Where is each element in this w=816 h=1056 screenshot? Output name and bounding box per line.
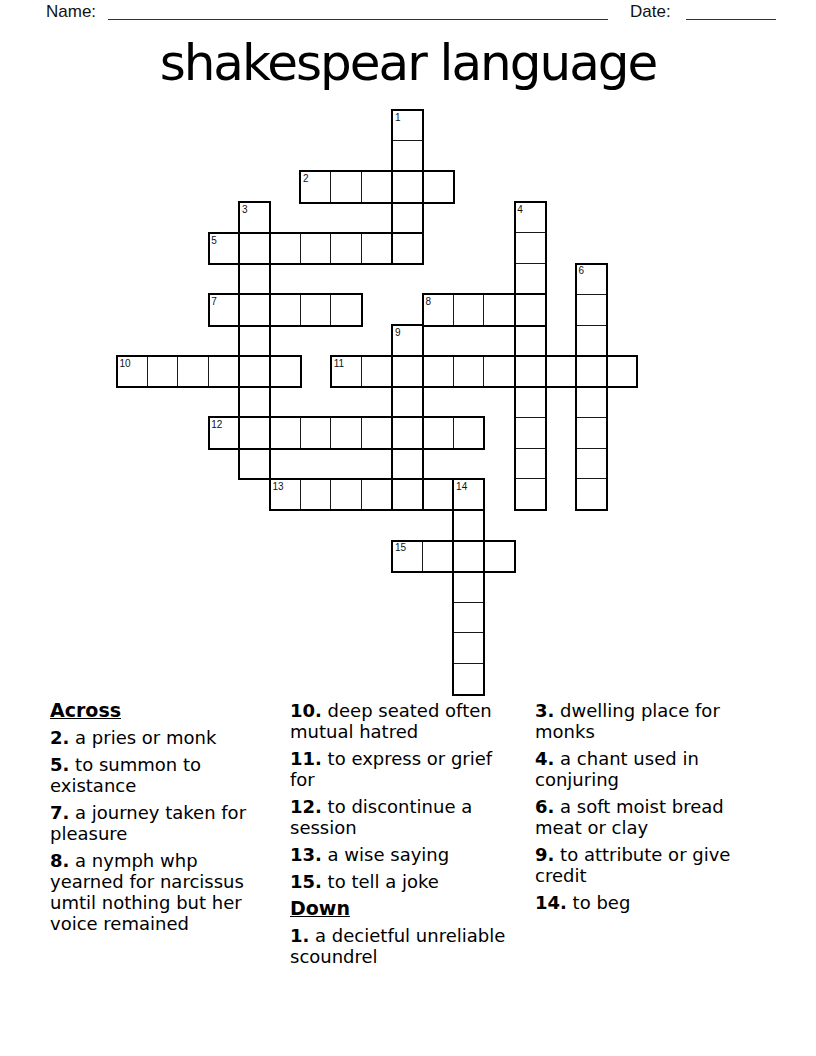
grid-cell-r8c9[interactable] (392, 355, 424, 387)
grid-cell-r14c12[interactable] (483, 540, 515, 572)
grid-cell-r12c15[interactable] (575, 478, 607, 510)
grid-cell-r7c15[interactable] (575, 325, 607, 357)
clue-number-5: 5 (211, 236, 217, 246)
date-blank-line[interactable] (686, 19, 776, 20)
clue-column-2: 10. deep seated often mutual hatred11. t… (290, 700, 506, 973)
puzzle-title: shakespear language (0, 34, 816, 92)
grid-cell-r14c11[interactable] (453, 540, 485, 572)
grid-cell-r8c14[interactable] (545, 355, 577, 387)
crossword-grid: 123456789101112131415 (117, 110, 639, 696)
clue-number-4: 4 (517, 205, 523, 215)
grid-cell-r15c11[interactable] (453, 571, 485, 603)
clue-number-12: 12 (211, 420, 222, 430)
clue-down-3: 3. dwelling place for monks (535, 700, 735, 742)
grid-cell-r9c15[interactable] (575, 386, 607, 418)
grid-cell-r8c4[interactable] (239, 355, 271, 387)
grid-cell-r8c15[interactable] (575, 355, 607, 387)
across-heading: Across (50, 700, 256, 721)
grid-cell-r4c7[interactable] (330, 232, 362, 264)
clue-across-7: 7. a journey taken for pleasure (50, 802, 256, 844)
clue-number-3: 3 (242, 205, 248, 215)
grid-cell-r12c8[interactable] (361, 478, 393, 510)
grid-cell-r12c6[interactable] (300, 478, 332, 510)
clue-number-14: 14 (456, 482, 467, 492)
clue-down-6: 6. a soft moist bread meat or clay (535, 796, 735, 838)
grid-cell-r16c11[interactable] (453, 602, 485, 634)
grid-cell-r12c9[interactable] (392, 478, 424, 510)
grid-cell-r2c10[interactable] (422, 171, 454, 203)
down-heading: Down (290, 898, 506, 919)
grid-cell-r12c10[interactable] (422, 478, 454, 510)
grid-cell-r11c15[interactable] (575, 448, 607, 480)
grid-cell-r14c10[interactable] (422, 540, 454, 572)
clue-column-3: 3. dwelling place for monks4. a chant us… (535, 700, 735, 919)
grid-cell-r12c13[interactable] (514, 478, 546, 510)
grid-cell-r11c9[interactable] (392, 448, 424, 480)
clue-column-1: Across2. a pries or monk5. to summon to … (50, 700, 256, 940)
grid-cell-r8c10[interactable] (422, 355, 454, 387)
clue-number-8: 8 (426, 297, 432, 307)
grid-cell-r10c10[interactable] (422, 417, 454, 449)
clue-across-10: 10. deep seated often mutual hatred (290, 700, 506, 742)
grid-cell-r8c16[interactable] (606, 355, 638, 387)
grid-cell-r10c8[interactable] (361, 417, 393, 449)
clue-across-12: 12. to discontinue a session (290, 796, 506, 838)
grid-cell-r8c1[interactable] (147, 355, 179, 387)
clue-across-15: 15. to tell a joke (290, 871, 506, 892)
grid-cell-r10c7[interactable] (330, 417, 362, 449)
clue-number-7: 7 (211, 297, 217, 307)
grid-cell-r9c13[interactable] (514, 386, 546, 418)
grid-cell-r5c4[interactable] (239, 263, 271, 295)
grid-cell-r3c9[interactable] (392, 202, 424, 234)
grid-cell-r17c11[interactable] (453, 632, 485, 664)
grid-cell-r18c11[interactable] (453, 663, 485, 695)
grid-cell-r8c5[interactable] (269, 355, 301, 387)
clue-number-2: 2 (303, 174, 309, 184)
grid-cell-r5c13[interactable] (514, 263, 546, 295)
clue-down-1: 1. a decietful unreliable scoundrel (290, 925, 506, 967)
name-blank-line[interactable] (108, 19, 608, 20)
clue-down-4: 4. a chant used in conjuring (535, 748, 735, 790)
grid-cell-r2c7[interactable] (330, 171, 362, 203)
grid-cell-r2c8[interactable] (361, 171, 393, 203)
grid-cell-r8c12[interactable] (483, 355, 515, 387)
grid-cell-r2c9[interactable] (392, 171, 424, 203)
grid-cell-r10c6[interactable] (300, 417, 332, 449)
grid-cell-r6c11[interactable] (453, 294, 485, 326)
grid-cell-r6c5[interactable] (269, 294, 301, 326)
clue-number-1: 1 (395, 113, 401, 123)
grid-cell-r7c13[interactable] (514, 325, 546, 357)
grid-cell-r11c4[interactable] (239, 448, 271, 480)
name-label: Name: (46, 2, 96, 22)
grid-cell-r10c9[interactable] (392, 417, 424, 449)
grid-cell-r9c9[interactable] (392, 386, 424, 418)
clue-number-15: 15 (395, 543, 406, 553)
grid-cell-r4c4[interactable] (239, 232, 271, 264)
grid-cell-r4c8[interactable] (361, 232, 393, 264)
grid-cell-r6c12[interactable] (483, 294, 515, 326)
grid-cell-r11c13[interactable] (514, 448, 546, 480)
clue-across-5: 5. to summon to existance (50, 754, 256, 796)
grid-cell-r4c9[interactable] (392, 232, 424, 264)
grid-cell-r6c4[interactable] (239, 294, 271, 326)
grid-cell-r6c6[interactable] (300, 294, 332, 326)
clue-number-6: 6 (579, 266, 585, 276)
grid-cell-r10c11[interactable] (453, 417, 485, 449)
clue-across-11: 11. to express or grief for (290, 748, 506, 790)
grid-cell-r4c5[interactable] (269, 232, 301, 264)
worksheet-page: Name: Date: shakespear language 12345678… (0, 0, 816, 1056)
grid-cell-r4c6[interactable] (300, 232, 332, 264)
grid-cell-r10c5[interactable] (269, 417, 301, 449)
clue-across-8: 8. a nymph whp yearned for narcissus umt… (50, 850, 256, 934)
clue-down-14: 14. to beg (535, 892, 735, 913)
grid-cell-r10c4[interactable] (239, 417, 271, 449)
grid-cell-r9c4[interactable] (239, 386, 271, 418)
date-label: Date: (630, 2, 671, 22)
clue-number-10: 10 (120, 359, 131, 369)
grid-cell-r7c4[interactable] (239, 325, 271, 357)
clue-across-13: 13. a wise saying (290, 844, 506, 865)
grid-cell-r8c11[interactable] (453, 355, 485, 387)
clue-down-9: 9. to attribute or give credit (535, 844, 735, 886)
clue-number-11: 11 (334, 359, 344, 369)
grid-cell-r1c9[interactable] (392, 140, 424, 172)
clue-number-13: 13 (273, 482, 284, 492)
grid-cell-r12c7[interactable] (330, 478, 362, 510)
grid-cell-r13c11[interactable] (453, 509, 485, 541)
grid-cell-r8c13[interactable] (514, 355, 546, 387)
grid-cell-r6c15[interactable] (575, 294, 607, 326)
grid-cell-r4c13[interactable] (514, 232, 546, 264)
grid-cell-r8c3[interactable] (208, 355, 240, 387)
clue-number-9: 9 (395, 328, 401, 338)
grid-cell-r8c8[interactable] (361, 355, 393, 387)
grid-cell-r6c13[interactable] (514, 294, 546, 326)
grid-cell-r10c13[interactable] (514, 417, 546, 449)
grid-cell-r10c15[interactable] (575, 417, 607, 449)
clue-across-2: 2. a pries or monk (50, 727, 256, 748)
grid-cell-r6c7[interactable] (330, 294, 362, 326)
grid-cell-r8c2[interactable] (177, 355, 209, 387)
